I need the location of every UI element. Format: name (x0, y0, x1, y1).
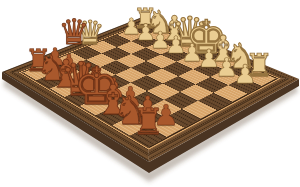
piece-black-pawn: ♟ (72, 59, 95, 84)
piece-black-rook: ♜ (25, 46, 52, 76)
piece-white-pawn: ♟ (150, 27, 171, 50)
piece-black-pawn: ♟ (118, 84, 142, 111)
piece-white-pawn: ♟ (181, 41, 203, 65)
piece-white-pawn: ♟ (198, 48, 220, 73)
piece-white-knight: ♞ (225, 39, 256, 74)
piece-black-pawn: ♟ (153, 102, 179, 130)
piece-white-pawn: ♟ (215, 55, 238, 80)
piece-white-rook: ♜ (133, 5, 157, 32)
piece-white-queen: ♛ (75, 16, 105, 49)
piece-black-pawn: ♟ (87, 67, 110, 93)
piece-white-rook: ♜ (245, 50, 273, 82)
piece-black-knight: ♞ (36, 50, 67, 85)
piece-black-bishop: ♝ (49, 55, 83, 93)
piece-black-pawn: ♟ (135, 93, 160, 121)
piece-white-king: ♚ (186, 15, 227, 61)
piece-white-pawn: ♟ (121, 15, 141, 37)
piece-black-bishop: ♝ (95, 80, 132, 121)
piece-white-bishop: ♝ (207, 31, 239, 67)
piece-white-bishop: ♝ (159, 12, 189, 46)
piece-white-knight: ♞ (146, 8, 174, 39)
piece-white-pawn: ♟ (165, 34, 186, 58)
piece-white-queen: ♛ (172, 12, 209, 53)
piece-black-queen: ♛ (60, 57, 101, 103)
piece-black-pawn: ♟ (58, 52, 80, 77)
chess-set-photo: ♜♞♝♛♚♝♞♜♟♟♟♟♟♟♟♟♟♟♟♟♟♟♟♟♜♞♝♛♚♝♞♜♛♛ (0, 0, 300, 187)
piece-black-pawn: ♟ (102, 75, 126, 101)
piece-black-knight: ♞ (112, 91, 147, 131)
piece-white-pawn: ♟ (233, 63, 256, 89)
piece-black-rook: ♜ (132, 105, 164, 141)
piece-black-pawn: ♟ (44, 45, 66, 69)
piece-black-queen: ♛ (58, 15, 89, 50)
piece-white-pawn: ♟ (135, 21, 155, 44)
piece-black-king: ♚ (73, 61, 119, 113)
pieces-layer: ♜♞♝♛♚♝♞♜♟♟♟♟♟♟♟♟♟♟♟♟♟♟♟♟♜♞♝♛♚♝♞♜♛♛ (0, 0, 300, 187)
